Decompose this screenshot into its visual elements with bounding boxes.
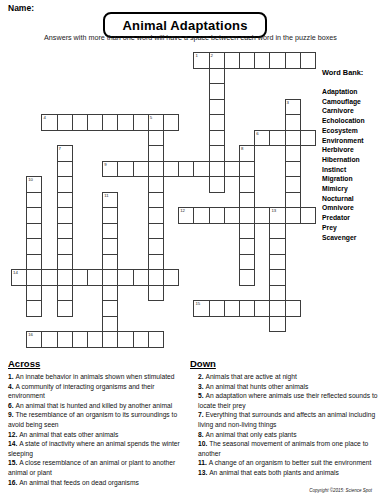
- grid-cell[interactable]: [41, 331, 57, 348]
- grid-cell[interactable]: [209, 83, 225, 100]
- grid-cell[interactable]: [269, 238, 285, 255]
- cell-number: 10: [28, 177, 33, 182]
- grid-cell[interactable]: [102, 114, 118, 131]
- grid-cell[interactable]: [239, 161, 255, 178]
- grid-cell[interactable]: 4: [41, 114, 57, 131]
- cell-number: 14: [13, 270, 18, 275]
- cell-number: 3: [287, 100, 289, 105]
- grid-cell[interactable]: [57, 161, 73, 178]
- grid-cell[interactable]: [57, 192, 73, 209]
- grid-cell[interactable]: 9: [102, 161, 118, 178]
- grid-cell[interactable]: [269, 285, 285, 302]
- grid-cell[interactable]: [72, 114, 88, 131]
- grid-cell[interactable]: [239, 192, 255, 209]
- cell-number: 12: [180, 208, 185, 213]
- grid-cell[interactable]: 15: [193, 300, 209, 317]
- grid-cell[interactable]: [300, 207, 316, 224]
- grid-cell[interactable]: [254, 207, 270, 224]
- grid-cell[interactable]: [285, 52, 301, 69]
- copyright-line: Copyright ©2015: Science Spot: [309, 488, 372, 493]
- grid-cell[interactable]: [178, 161, 194, 178]
- grid-cell[interactable]: [239, 207, 255, 224]
- grid-cell[interactable]: [285, 145, 301, 162]
- grid-cell[interactable]: [133, 114, 149, 131]
- word-bank-word: Migration: [322, 174, 380, 184]
- clue-across-16: 16. An animal that feeds on dead organis…: [8, 478, 192, 488]
- grid-cell[interactable]: [209, 145, 225, 162]
- grid-cell[interactable]: [148, 269, 164, 286]
- grid-cell[interactable]: [269, 254, 285, 271]
- grid-cell[interactable]: [224, 300, 240, 317]
- grid-cell[interactable]: [117, 161, 133, 178]
- grid-cell[interactable]: [26, 269, 42, 286]
- cell-number: 6: [256, 131, 258, 136]
- grid-cell[interactable]: [102, 300, 118, 317]
- grid-cell[interactable]: 2: [209, 52, 225, 69]
- word-bank-word: Ecosystem: [322, 126, 380, 136]
- grid-cell[interactable]: [102, 285, 118, 302]
- grid-cell[interactable]: [133, 161, 149, 178]
- grid-cell[interactable]: [239, 269, 255, 286]
- grid-cell[interactable]: [285, 207, 301, 224]
- across-header: Across: [8, 358, 192, 369]
- grid-cell[interactable]: [57, 114, 73, 131]
- grid-cell[interactable]: [26, 300, 42, 317]
- grid-cell[interactable]: 11: [102, 192, 118, 209]
- grid-cell[interactable]: [72, 269, 88, 286]
- grid-cell[interactable]: [57, 285, 73, 302]
- grid-cell[interactable]: [26, 223, 42, 240]
- grid-cell[interactable]: [72, 331, 88, 348]
- word-bank-word: Herbivore: [322, 145, 380, 155]
- word-bank: Word Bank: AdaptationCamouflageCarnivore…: [322, 68, 380, 242]
- clue-across-4: 4. A community of interacting organisms …: [8, 382, 192, 401]
- grid-cell[interactable]: [269, 223, 285, 240]
- grid-cell[interactable]: [239, 254, 255, 271]
- grid-cell[interactable]: [269, 300, 285, 317]
- grid-cell[interactable]: [269, 316, 285, 333]
- cell-number: 16: [28, 332, 33, 337]
- grid-cell[interactable]: [148, 161, 164, 178]
- word-bank-word: Omnivore: [322, 203, 380, 213]
- grid-cell[interactable]: [102, 316, 118, 333]
- grid-cell[interactable]: [148, 145, 164, 162]
- grid-cell[interactable]: [209, 300, 225, 317]
- grid-cell[interactable]: [148, 207, 164, 224]
- grid-cell[interactable]: [224, 161, 240, 178]
- grid-cell[interactable]: [102, 269, 118, 286]
- grid-cell[interactable]: [148, 176, 164, 193]
- clue-down-7: 7. Everything that surrounds and affects…: [190, 410, 378, 429]
- grid-cell[interactable]: [163, 269, 179, 286]
- word-bank-list: AdaptationCamouflageCarnivoreEcholocatio…: [322, 87, 380, 242]
- cell-number: 11: [104, 193, 108, 198]
- grid-cell[interactable]: [269, 52, 285, 69]
- grid-cell[interactable]: [163, 161, 179, 178]
- grid-cell[interactable]: [239, 176, 255, 193]
- word-bank-word: Carnivore: [322, 106, 380, 116]
- grid-cell[interactable]: 3: [285, 99, 301, 116]
- grid-cell[interactable]: [209, 99, 225, 116]
- grid-cell[interactable]: [87, 114, 103, 131]
- clue-across-14: 14. A state of inactivity where an anima…: [8, 439, 192, 458]
- grid-cell[interactable]: [57, 254, 73, 271]
- clue-down-3: 3. An animal that hunts other animals: [190, 382, 378, 392]
- word-bank-word: Scavenger: [322, 233, 380, 243]
- grid-cell[interactable]: [133, 269, 149, 286]
- grid-cell[interactable]: 6: [254, 130, 270, 147]
- grid-cell[interactable]: [148, 192, 164, 209]
- grid-cell[interactable]: [300, 130, 316, 147]
- word-bank-word: Hibernation: [322, 155, 380, 165]
- down-header: Down: [190, 358, 378, 369]
- clue-down-5: 5. An adaptation where animals use their…: [190, 391, 378, 410]
- grid-cell[interactable]: [209, 207, 225, 224]
- clue-down-13: 13. An animal that eats both plants and …: [190, 468, 378, 478]
- grid-cell[interactable]: 8: [239, 145, 255, 162]
- grid-cell[interactable]: [57, 331, 73, 348]
- grid-cell[interactable]: [239, 238, 255, 255]
- across-clue-list: 1. An innate behavior in animals shown w…: [8, 372, 192, 487]
- page-title: Animal Adaptations: [122, 18, 247, 33]
- grid-cell[interactable]: [57, 207, 73, 224]
- grid-cell[interactable]: [254, 52, 270, 69]
- subtitle: Answers with more than one word will hav…: [0, 33, 381, 42]
- grid-cell[interactable]: [269, 130, 285, 147]
- cell-number: 1: [195, 53, 197, 58]
- down-clue-list: 2. Animals that are active at night3. An…: [190, 372, 378, 478]
- grid-cell[interactable]: [209, 68, 225, 85]
- clue-across-9: 9. The resemblance of an organism to its…: [8, 410, 192, 429]
- cell-number: 8: [241, 146, 243, 151]
- grid-cell[interactable]: [285, 114, 301, 131]
- grid-cell[interactable]: [285, 192, 301, 209]
- grid-cell[interactable]: [57, 269, 73, 286]
- grid-cell[interactable]: [209, 176, 225, 193]
- grid-cell[interactable]: [57, 300, 73, 317]
- across-section: Across 1. An innate behavior in animals …: [8, 358, 192, 487]
- grid-cell[interactable]: [102, 331, 118, 348]
- word-bank-word: Instinct: [322, 165, 380, 175]
- grid-cell[interactable]: 16: [26, 331, 42, 348]
- grid-cell[interactable]: 13: [269, 207, 285, 224]
- worksheet-page: { "game": "crossword", "header": { "name…: [0, 0, 381, 500]
- grid-cell[interactable]: [239, 300, 255, 317]
- grid-cell[interactable]: 7: [57, 145, 73, 162]
- grid-cell[interactable]: [87, 269, 103, 286]
- grid-cell[interactable]: [102, 207, 118, 224]
- grid-cell[interactable]: [87, 331, 103, 348]
- cell-number: 9: [104, 162, 106, 167]
- grid-cell[interactable]: [239, 223, 255, 240]
- grid-cell[interactable]: [209, 161, 225, 178]
- clue-across-1: 1. An innate behavior in animals shown w…: [8, 372, 192, 382]
- cell-number: 15: [195, 301, 200, 306]
- grid-cell[interactable]: [117, 331, 133, 348]
- word-bank-word: Prey: [322, 223, 380, 233]
- word-bank-word: Environment: [322, 136, 380, 146]
- grid-cell[interactable]: 14: [11, 269, 27, 286]
- clue-down-8: 8. An animal that only eats plants: [190, 430, 378, 440]
- grid-cell[interactable]: [57, 176, 73, 193]
- grid-cell[interactable]: [26, 192, 42, 209]
- grid-cell[interactable]: [209, 130, 225, 147]
- grid-cell[interactable]: [285, 161, 301, 178]
- grid-cell[interactable]: 12: [178, 207, 194, 224]
- grid-cell[interactable]: [193, 161, 209, 178]
- grid-cell[interactable]: [102, 223, 118, 240]
- word-bank-word: Mimicry: [322, 184, 380, 194]
- grid-cell[interactable]: [148, 238, 164, 255]
- clue-across-12: 12. An animal that eats other animals: [8, 430, 192, 440]
- grid-cell[interactable]: [117, 114, 133, 131]
- clue-down-2: 2. Animals that are active at night: [190, 372, 378, 382]
- clue-across-15: 15. A close resemblance of an animal or …: [8, 458, 192, 477]
- grid-cell[interactable]: [26, 238, 42, 255]
- clue-across-6: 6. An animal that is hunted and killed b…: [8, 401, 192, 411]
- grid-cell[interactable]: 5: [148, 114, 164, 131]
- grid-cell[interactable]: 10: [26, 176, 42, 193]
- grid-cell[interactable]: [224, 52, 240, 69]
- clue-down-10: 10. The seasonal movement of animals fro…: [190, 439, 378, 458]
- grid-cell[interactable]: [300, 52, 316, 69]
- cell-number: 2: [211, 53, 213, 58]
- cell-number: 4: [43, 115, 45, 120]
- grid-cell[interactable]: [26, 207, 42, 224]
- grid-cell[interactable]: [269, 269, 285, 286]
- grid-cell[interactable]: [148, 285, 164, 302]
- word-bank-word: Predator: [322, 213, 380, 223]
- grid-cell[interactable]: [285, 130, 301, 147]
- grid-cell[interactable]: [285, 300, 301, 317]
- grid-cell[interactable]: [148, 254, 164, 271]
- grid-cell[interactable]: [148, 130, 164, 147]
- grid-cell[interactable]: [57, 238, 73, 255]
- crossword-grid: 12345678910111213141516: [11, 52, 316, 347]
- clue-down-11: 11. A change of an organism to better su…: [190, 458, 378, 468]
- grid-cell[interactable]: [285, 176, 301, 193]
- grid-cell[interactable]: [102, 254, 118, 271]
- grid-cell[interactable]: [133, 331, 149, 348]
- grid-cell[interactable]: [26, 254, 42, 271]
- grid-cell[interactable]: 1: [193, 52, 209, 69]
- cell-number: 5: [150, 115, 152, 120]
- name-label: Name:: [8, 3, 34, 13]
- word-bank-word: Camouflage: [322, 97, 380, 107]
- word-bank-word: Echolocation: [322, 116, 380, 126]
- grid-cell[interactable]: [163, 114, 179, 131]
- grid-cell[interactable]: [102, 238, 118, 255]
- word-bank-title: Word Bank:: [322, 68, 380, 77]
- grid-cell[interactable]: [209, 114, 225, 131]
- grid-cell[interactable]: [26, 285, 42, 302]
- word-bank-word: Adaptation: [322, 87, 380, 97]
- grid-cell[interactable]: [224, 207, 240, 224]
- grid-cell[interactable]: [41, 269, 57, 286]
- word-bank-word: Nocturnal: [322, 194, 380, 204]
- grid-cell[interactable]: [239, 52, 255, 69]
- grid-cell[interactable]: [193, 207, 209, 224]
- grid-cell[interactable]: [148, 223, 164, 240]
- grid-cell[interactable]: [254, 300, 270, 317]
- grid-cell[interactable]: [117, 269, 133, 286]
- grid-cell[interactable]: [148, 331, 164, 348]
- cell-number: 7: [59, 146, 61, 151]
- grid-cell[interactable]: [57, 223, 73, 240]
- down-section: Down 2. Animals that are active at night…: [190, 358, 378, 478]
- cell-number: 13: [271, 208, 276, 213]
